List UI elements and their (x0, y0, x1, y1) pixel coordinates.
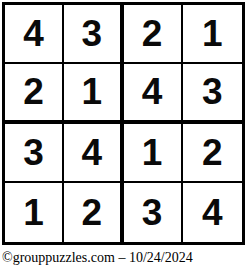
cell-r1c3[interactable]: 2 (124, 5, 183, 64)
cell-r3c1[interactable]: 3 (5, 124, 64, 183)
credit-text: ©grouppuzzles.com – 10/24/2024 (2, 250, 193, 266)
cell-r1c1[interactable]: 4 (5, 5, 64, 64)
cell-r2c1[interactable]: 2 (5, 64, 64, 123)
cell-r4c3[interactable]: 3 (124, 183, 183, 242)
cell-r2c4[interactable]: 3 (183, 64, 242, 123)
cell-r4c1[interactable]: 1 (5, 183, 64, 242)
cell-r3c2[interactable]: 4 (64, 124, 123, 183)
puzzle-page: 4 3 2 1 2 1 4 3 3 4 1 2 1 2 3 4 ©grouppu… (0, 0, 247, 269)
cell-r3c3[interactable]: 1 (124, 124, 183, 183)
sudoku-board: 4 3 2 1 2 1 4 3 3 4 1 2 1 2 3 4 (2, 2, 245, 245)
cell-r4c2[interactable]: 2 (64, 183, 123, 242)
cell-r2c3[interactable]: 4 (124, 64, 183, 123)
cell-r1c4[interactable]: 1 (183, 5, 242, 64)
cell-r4c4[interactable]: 4 (183, 183, 242, 242)
cell-r3c4[interactable]: 2 (183, 124, 242, 183)
cell-r1c2[interactable]: 3 (64, 5, 123, 64)
cell-r2c2[interactable]: 1 (64, 64, 123, 123)
